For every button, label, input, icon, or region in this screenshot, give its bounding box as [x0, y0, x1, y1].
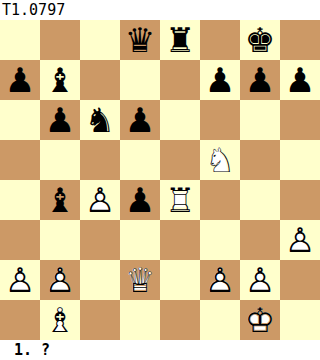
piece-black-king[interactable]: ♚	[240, 20, 280, 60]
square-f7[interactable]: ♟	[200, 60, 240, 100]
square-g3[interactable]	[240, 220, 280, 260]
square-c4[interactable]: ♟♙	[80, 180, 120, 220]
square-f5[interactable]: ♞♘	[200, 140, 240, 180]
piece-white-pawn[interactable]: ♟♙	[0, 260, 40, 300]
move-prompt: 1. ?	[14, 341, 50, 359]
square-g7[interactable]: ♟	[240, 60, 280, 100]
square-g4[interactable]	[240, 180, 280, 220]
square-h5[interactable]	[280, 140, 320, 180]
square-b7[interactable]: ♝	[40, 60, 80, 100]
square-d8[interactable]: ♛	[120, 20, 160, 60]
square-c7[interactable]	[80, 60, 120, 100]
piece-white-king[interactable]: ♚♔	[240, 300, 280, 340]
square-d1[interactable]	[120, 300, 160, 340]
square-a7[interactable]: ♟	[0, 60, 40, 100]
piece-outline-layer: ♖	[160, 180, 200, 220]
square-e5[interactable]	[160, 140, 200, 180]
square-h4[interactable]	[280, 180, 320, 220]
square-d7[interactable]	[120, 60, 160, 100]
square-e7[interactable]	[160, 60, 200, 100]
chess-board: ♛♜♚♟♝♟♟♟♟♞♟♞♘♝♟♙♟♜♖♟♙♟♙♟♙♛♕♟♙♟♙♝♗♚♔	[0, 20, 320, 340]
square-a2[interactable]: ♟♙	[0, 260, 40, 300]
square-f8[interactable]	[200, 20, 240, 60]
square-a4[interactable]	[0, 180, 40, 220]
piece-white-pawn[interactable]: ♟♙	[80, 180, 120, 220]
square-c5[interactable]	[80, 140, 120, 180]
piece-white-pawn[interactable]: ♟♙	[200, 260, 240, 300]
square-c2[interactable]	[80, 260, 120, 300]
square-f4[interactable]	[200, 180, 240, 220]
square-b3[interactable]	[40, 220, 80, 260]
square-d2[interactable]: ♛♕	[120, 260, 160, 300]
piece-outline-layer: ♙	[240, 260, 280, 300]
square-f2[interactable]: ♟♙	[200, 260, 240, 300]
square-h2[interactable]	[280, 260, 320, 300]
piece-white-queen[interactable]: ♛♕	[120, 260, 160, 300]
square-d6[interactable]: ♟	[120, 100, 160, 140]
square-b2[interactable]: ♟♙	[40, 260, 80, 300]
piece-white-knight[interactable]: ♞♘	[200, 140, 240, 180]
square-e4[interactable]: ♜♖	[160, 180, 200, 220]
square-g6[interactable]	[240, 100, 280, 140]
piece-white-rook[interactable]: ♜♖	[160, 180, 200, 220]
square-h7[interactable]: ♟	[280, 60, 320, 100]
piece-black-rook[interactable]: ♜	[160, 20, 200, 60]
square-b8[interactable]	[40, 20, 80, 60]
square-d3[interactable]	[120, 220, 160, 260]
piece-black-pawn[interactable]: ♟	[280, 60, 320, 100]
piece-white-pawn[interactable]: ♟♙	[40, 260, 80, 300]
piece-outline-layer: ♕	[120, 260, 160, 300]
square-b5[interactable]	[40, 140, 80, 180]
square-f6[interactable]	[200, 100, 240, 140]
square-h6[interactable]	[280, 100, 320, 140]
square-a3[interactable]	[0, 220, 40, 260]
piece-black-pawn[interactable]: ♟	[200, 60, 240, 100]
square-g5[interactable]	[240, 140, 280, 180]
square-h1[interactable]	[280, 300, 320, 340]
piece-black-knight[interactable]: ♞	[80, 100, 120, 140]
square-c1[interactable]	[80, 300, 120, 340]
square-b4[interactable]: ♝	[40, 180, 80, 220]
square-c6[interactable]: ♞	[80, 100, 120, 140]
square-c8[interactable]	[80, 20, 120, 60]
square-d5[interactable]	[120, 140, 160, 180]
piece-white-pawn[interactable]: ♟♙	[280, 220, 320, 260]
square-e6[interactable]	[160, 100, 200, 140]
square-h3[interactable]: ♟♙	[280, 220, 320, 260]
piece-black-pawn[interactable]: ♟	[40, 100, 80, 140]
piece-white-pawn[interactable]: ♟♙	[240, 260, 280, 300]
piece-black-bishop[interactable]: ♝	[40, 60, 80, 100]
square-a5[interactable]	[0, 140, 40, 180]
piece-outline-layer: ♗	[40, 300, 80, 340]
square-a1[interactable]	[0, 300, 40, 340]
piece-outline-layer: ♙	[0, 260, 40, 300]
piece-black-pawn[interactable]: ♟	[240, 60, 280, 100]
square-e1[interactable]	[160, 300, 200, 340]
piece-outline-layer: ♙	[80, 180, 120, 220]
square-h8[interactable]	[280, 20, 320, 60]
square-f3[interactable]	[200, 220, 240, 260]
square-b6[interactable]: ♟	[40, 100, 80, 140]
square-a6[interactable]	[0, 100, 40, 140]
puzzle-title: T1.0797	[2, 1, 65, 19]
piece-black-pawn[interactable]: ♟	[120, 180, 160, 220]
square-d4[interactable]: ♟	[120, 180, 160, 220]
square-b1[interactable]: ♝♗	[40, 300, 80, 340]
square-g8[interactable]: ♚	[240, 20, 280, 60]
piece-black-bishop[interactable]: ♝	[40, 180, 80, 220]
square-e2[interactable]	[160, 260, 200, 300]
piece-outline-layer: ♔	[240, 300, 280, 340]
piece-black-queen[interactable]: ♛	[120, 20, 160, 60]
square-f1[interactable]	[200, 300, 240, 340]
piece-outline-layer: ♙	[280, 220, 320, 260]
square-g1[interactable]: ♚♔	[240, 300, 280, 340]
square-e3[interactable]	[160, 220, 200, 260]
move-prompt-bar: 1. ?	[0, 340, 320, 360]
piece-white-bishop[interactable]: ♝♗	[40, 300, 80, 340]
puzzle-header: T1.0797	[0, 0, 320, 20]
square-e8[interactable]: ♜	[160, 20, 200, 60]
piece-outline-layer: ♙	[40, 260, 80, 300]
piece-outline-layer: ♘	[200, 140, 240, 180]
square-g2[interactable]: ♟♙	[240, 260, 280, 300]
square-c3[interactable]	[80, 220, 120, 260]
piece-outline-layer: ♙	[200, 260, 240, 300]
square-a8[interactable]	[0, 20, 40, 60]
piece-black-pawn[interactable]: ♟	[0, 60, 40, 100]
piece-black-pawn[interactable]: ♟	[120, 100, 160, 140]
